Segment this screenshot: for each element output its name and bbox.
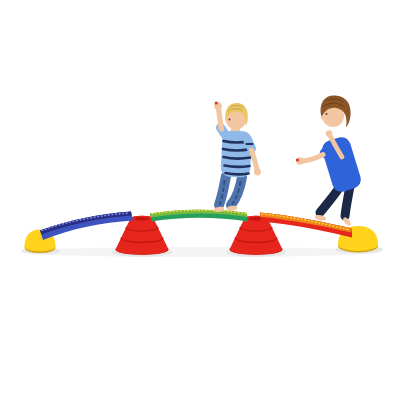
floor-shadows: [20, 246, 383, 258]
green-balance-beam: [150, 210, 248, 222]
nose: [321, 116, 325, 120]
child-blond-boy: [213, 101, 260, 212]
raised-left-arm: [219, 108, 222, 129]
eye: [326, 113, 328, 115]
small-red-object: [296, 158, 299, 161]
right-hand: [254, 169, 261, 176]
child-brunet-boy: [296, 96, 363, 227]
small-red-object: [215, 101, 218, 104]
right-arm: [252, 150, 258, 170]
soft-floor-shadow: [20, 247, 380, 257]
cone-cap-recess: [135, 217, 150, 221]
right-hand: [326, 130, 333, 137]
photo-canvas: [0, 0, 400, 400]
blue-balance-beam: [40, 212, 133, 241]
balance-beam-product-photo: [0, 0, 400, 400]
eye: [229, 119, 231, 121]
blue-tshirt: [320, 135, 363, 194]
front-leg-leggings: [320, 188, 339, 213]
red-stacking-stone-left: [116, 216, 169, 255]
forward-left-arm: [302, 155, 323, 162]
left-sleeve: [325, 147, 332, 153]
